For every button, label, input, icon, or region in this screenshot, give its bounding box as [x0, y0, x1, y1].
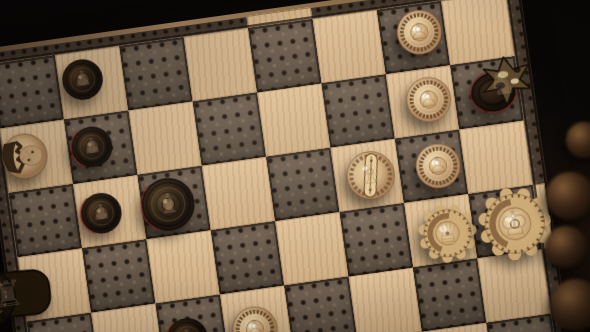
piece-white-king[interactable]: ♔ — [474, 183, 555, 264]
piece-black-pawn[interactable]: ♟ — [77, 189, 127, 239]
piece-black-bishop[interactable]: ♝ — [136, 172, 200, 236]
piece-black-pawn[interactable]: ♟ — [58, 55, 108, 105]
captured-piece[interactable] — [545, 226, 587, 268]
chess-scene: ♟♟♟♝♜♟♞♙♙♙♙♗♘♕♔ — [0, 0, 590, 332]
captured-piece[interactable] — [566, 122, 590, 158]
piece-white-pawn[interactable]: ♙ — [401, 72, 455, 126]
piece-white-pawn[interactable]: ♙ — [392, 5, 446, 59]
piece-black-pawn[interactable]: ♟ — [67, 122, 117, 172]
chess-board: ♟♟♟♝♜♟♞♙♙♙♙♗♘♕♔ — [0, 0, 590, 332]
piece-white-pawn[interactable]: ♙ — [228, 301, 282, 332]
pieces-layer: ♟♟♟♝♜♟♞♙♙♙♙♗♘♕♔ — [0, 0, 578, 332]
piece-white-knight[interactable]: ♘ — [0, 127, 54, 186]
piece-white-pawn[interactable]: ♙ — [411, 139, 465, 193]
piece-white-bishop[interactable]: ♗ — [340, 145, 401, 206]
captured-piece[interactable] — [546, 172, 590, 220]
piece-black-knight[interactable]: ♞ — [461, 47, 543, 121]
piece-white-queen[interactable]: ♕ — [412, 198, 482, 268]
piece-black-pawn[interactable]: ♟ — [163, 313, 213, 332]
piece-black-rook[interactable]: ♜ — [0, 252, 62, 332]
